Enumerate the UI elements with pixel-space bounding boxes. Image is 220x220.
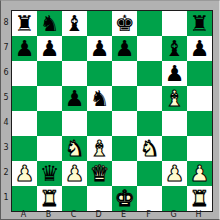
rank-label-3: 3 [1,135,11,160]
square-h7[interactable]: ♟ [187,36,212,61]
square-d7[interactable]: ♟ [87,36,112,61]
square-a7[interactable]: ♟ [12,36,37,61]
piece-black-bishop: ♝ [165,36,185,61]
file-label-c: C [61,210,86,220]
piece-black-pawn: ♟ [165,61,185,86]
square-f7[interactable] [137,36,162,61]
square-b6[interactable] [37,61,62,86]
square-h1[interactable]: ♜ [187,186,212,211]
piece-black-knight: ♞ [90,86,110,111]
square-d4[interactable] [87,111,112,136]
piece-black-pawn: ♟ [65,86,85,111]
piece-white-pawn: ♟ [65,161,85,186]
square-a2[interactable]: ♟ [12,161,37,186]
square-d1[interactable] [87,186,112,211]
piece-black-pawn: ♟ [190,36,210,61]
rank-label-4: 4 [1,110,11,135]
chess-board: ♜♞♝♚♜♟♟♟♟♝♟♟♟♞♝♞♝♞♟♛♟♛♟♟♜♚♜ [11,10,213,212]
rank-label-1: 1 [1,185,11,210]
chess-board-window: 87654321 ♜♞♝♚♜♟♟♟♟♝♟♟♟♞♝♞♝♞♟♛♟♛♟♟♜♚♜ ABC… [0,0,220,220]
square-a4[interactable] [12,111,37,136]
square-h8[interactable]: ♜ [187,11,212,36]
file-label-f: F [136,210,161,220]
piece-white-bishop: ♝ [90,136,110,161]
square-c3[interactable]: ♞ [62,136,87,161]
square-f2[interactable] [137,161,162,186]
square-d2[interactable]: ♛ [87,161,112,186]
piece-white-rook: ♜ [40,186,60,211]
file-label-a: A [11,210,36,220]
file-label-d: D [86,210,111,220]
rank-label-5: 5 [1,85,11,110]
square-d5[interactable]: ♞ [87,86,112,111]
square-g4[interactable] [162,111,187,136]
square-e8[interactable]: ♚ [112,11,137,36]
square-h3[interactable] [187,136,212,161]
square-c5[interactable]: ♟ [62,86,87,111]
square-h4[interactable] [187,111,212,136]
square-g6[interactable]: ♟ [162,61,187,86]
square-b4[interactable] [37,111,62,136]
square-d8[interactable] [87,11,112,36]
square-b3[interactable] [37,136,62,161]
square-a3[interactable] [12,136,37,161]
piece-black-knight: ♞ [40,11,60,36]
file-label-e: E [111,210,136,220]
square-e7[interactable]: ♟ [112,36,137,61]
square-a5[interactable] [12,86,37,111]
square-c4[interactable] [62,111,87,136]
square-h5[interactable] [187,86,212,111]
rank-label-6: 6 [1,60,11,85]
piece-black-pawn: ♟ [15,36,35,61]
square-f6[interactable] [137,61,162,86]
square-g7[interactable]: ♝ [162,36,187,61]
square-f5[interactable] [137,86,162,111]
piece-white-knight: ♞ [140,136,160,161]
piece-black-rook: ♜ [190,11,210,36]
piece-white-king: ♚ [115,186,135,211]
square-e4[interactable] [112,111,137,136]
square-f8[interactable] [137,11,162,36]
rank-label-7: 7 [1,35,11,60]
square-g2[interactable]: ♟ [162,161,187,186]
rank-labels: 87654321 [1,10,11,210]
square-f3[interactable]: ♞ [137,136,162,161]
piece-white-knight: ♞ [65,136,85,161]
square-b5[interactable] [37,86,62,111]
file-label-g: G [161,210,186,220]
piece-black-bishop: ♝ [65,11,85,36]
piece-black-pawn: ♟ [115,36,135,61]
piece-black-queen: ♛ [40,161,60,186]
square-b2[interactable]: ♛ [37,161,62,186]
square-f1[interactable] [137,186,162,211]
piece-white-pawn: ♟ [15,161,35,186]
square-e1[interactable]: ♚ [112,186,137,211]
piece-white-pawn: ♟ [165,161,185,186]
square-e5[interactable] [112,86,137,111]
square-c2[interactable]: ♟ [62,161,87,186]
square-d6[interactable] [87,61,112,86]
square-f4[interactable] [137,111,162,136]
square-c6[interactable] [62,61,87,86]
square-h2[interactable]: ♟ [187,161,212,186]
piece-white-rook: ♜ [190,186,210,211]
square-h6[interactable] [187,61,212,86]
square-a6[interactable] [12,61,37,86]
square-g8[interactable] [162,11,187,36]
rank-label-8: 8 [1,10,11,35]
square-c1[interactable] [62,186,87,211]
piece-black-pawn: ♟ [40,36,60,61]
square-b7[interactable]: ♟ [37,36,62,61]
square-b1[interactable]: ♜ [37,186,62,211]
file-labels: ABCDEFGH [11,210,211,220]
piece-black-king: ♚ [115,11,135,36]
rank-label-2: 2 [1,160,11,185]
square-d3[interactable]: ♝ [87,136,112,161]
square-a1[interactable] [12,186,37,211]
square-a8[interactable]: ♜ [12,11,37,36]
square-g3[interactable] [162,136,187,161]
piece-white-queen: ♛ [90,161,110,186]
file-label-h: H [186,210,211,220]
square-g5[interactable]: ♝ [162,86,187,111]
piece-white-bishop: ♝ [165,86,185,111]
square-b8[interactable]: ♞ [37,11,62,36]
square-e6[interactable] [112,61,137,86]
piece-black-rook: ♜ [15,11,35,36]
square-c7[interactable] [62,36,87,61]
piece-white-pawn: ♟ [190,161,210,186]
square-g1[interactable] [162,186,187,211]
square-e3[interactable] [112,136,137,161]
file-label-b: B [36,210,61,220]
square-e2[interactable] [112,161,137,186]
square-c8[interactable]: ♝ [62,11,87,36]
piece-black-pawn: ♟ [90,36,110,61]
